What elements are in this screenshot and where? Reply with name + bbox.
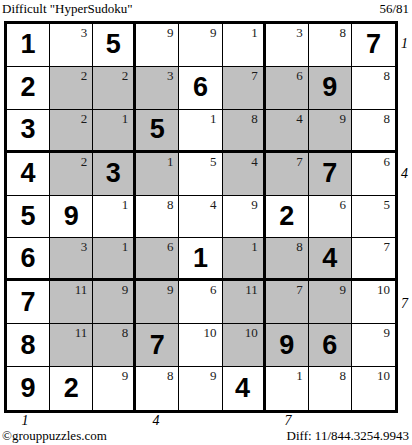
pencil-mark: 4 bbox=[251, 155, 258, 168]
given-digit: 2 bbox=[64, 375, 79, 402]
cell-r6c3[interactable]: 1 bbox=[93, 238, 136, 281]
cell-r5c5[interactable]: 4 bbox=[179, 196, 222, 239]
pencil-mark: 11 bbox=[75, 326, 88, 339]
cell-r2c2[interactable]: 2 bbox=[50, 67, 93, 110]
cell-r7c6[interactable]: 11 bbox=[223, 281, 266, 324]
given-digit: 9 bbox=[21, 375, 36, 402]
given-digit: 7 bbox=[21, 289, 36, 316]
cell-r9c6[interactable]: 4 bbox=[223, 367, 266, 410]
cell-r7c4[interactable]: 9 bbox=[136, 281, 179, 324]
pencil-mark: 10 bbox=[377, 369, 390, 382]
cell-r1c3[interactable]: 5 bbox=[93, 24, 136, 67]
given-digit: 3 bbox=[21, 116, 36, 143]
cell-r3c9[interactable]: 8 bbox=[352, 110, 395, 153]
cell-r7c3[interactable]: 9 bbox=[93, 281, 136, 324]
pencil-mark: 8 bbox=[167, 198, 174, 211]
cell-r2c3[interactable]: 2 bbox=[93, 67, 136, 110]
cell-r4c8[interactable]: 7 bbox=[309, 153, 352, 196]
cell-r6c1[interactable]: 6 bbox=[7, 238, 50, 281]
cell-r8c5[interactable]: 10 bbox=[179, 324, 222, 367]
cell-r2c8[interactable]: 9 bbox=[309, 67, 352, 110]
pencil-mark: 6 bbox=[296, 69, 303, 82]
pencil-mark: 5 bbox=[383, 198, 390, 211]
cell-r3c2[interactable]: 2 bbox=[50, 110, 93, 153]
given-digit: 4 bbox=[21, 160, 36, 187]
pencil-mark: 4 bbox=[210, 198, 217, 211]
cell-r3c4[interactable]: 5 bbox=[136, 110, 179, 153]
col-band-label-1: 1 bbox=[22, 413, 29, 429]
pencil-mark: 8 bbox=[383, 112, 390, 125]
cell-r3c5[interactable]: 1 bbox=[179, 110, 222, 153]
given-digit: 7 bbox=[322, 160, 337, 187]
cell-r1c1[interactable]: 1 bbox=[7, 24, 50, 67]
cell-r2c4[interactable]: 3 bbox=[136, 67, 179, 110]
given-digit: 5 bbox=[21, 203, 36, 230]
cell-r6c4[interactable]: 6 bbox=[136, 238, 179, 281]
pencil-mark: 8 bbox=[339, 369, 346, 382]
pencil-mark: 10 bbox=[245, 326, 258, 339]
cell-r9c1[interactable]: 9 bbox=[7, 367, 50, 410]
given-digit: 8 bbox=[21, 332, 36, 359]
pencil-mark: 10 bbox=[204, 326, 217, 339]
given-digit: 5 bbox=[150, 116, 165, 143]
given-digit: 3 bbox=[106, 160, 121, 187]
pencil-mark: 7 bbox=[296, 155, 303, 168]
cell-r4c7[interactable]: 7 bbox=[266, 153, 309, 196]
cell-r7c7[interactable]: 7 bbox=[266, 281, 309, 324]
cell-r6c9[interactable]: 7 bbox=[352, 238, 395, 281]
cell-r8c9[interactable]: 9 bbox=[352, 324, 395, 367]
pencil-mark: 10 bbox=[377, 283, 390, 296]
cell-r2c7[interactable]: 6 bbox=[266, 67, 309, 110]
pencil-mark: 7 bbox=[296, 283, 303, 296]
cell-r8c4[interactable]: 7 bbox=[136, 324, 179, 367]
cell-r5c4[interactable]: 8 bbox=[136, 196, 179, 239]
cell-r2c5[interactable]: 6 bbox=[179, 67, 222, 110]
pencil-mark: 1 bbox=[251, 240, 258, 253]
col-band-label-4: 4 bbox=[153, 413, 160, 429]
cell-r9c2[interactable]: 2 bbox=[50, 367, 93, 410]
cell-r4c6[interactable]: 4 bbox=[223, 153, 266, 196]
pencil-mark: 1 bbox=[251, 26, 258, 39]
difficulty-text: Diff: 11/844.3254.9943 bbox=[287, 428, 409, 444]
pencil-mark: 2 bbox=[81, 155, 88, 168]
pencil-mark: 3 bbox=[296, 26, 303, 39]
cell-r1c2[interactable]: 3 bbox=[50, 24, 93, 67]
cell-r9c4[interactable]: 8 bbox=[136, 367, 179, 410]
pencil-mark: 1 bbox=[296, 369, 303, 382]
pencil-mark: 11 bbox=[75, 283, 88, 296]
pencil-mark: 8 bbox=[383, 69, 390, 82]
cell-r2c1[interactable]: 2 bbox=[7, 67, 50, 110]
pencil-mark: 9 bbox=[122, 283, 129, 296]
given-digit: 6 bbox=[322, 332, 337, 359]
pencil-mark: 1 bbox=[122, 198, 129, 211]
cell-r7c8[interactable]: 9 bbox=[309, 281, 352, 324]
cell-r2c6[interactable]: 7 bbox=[223, 67, 266, 110]
pencil-mark: 8 bbox=[251, 112, 258, 125]
pencil-mark: 2 bbox=[122, 69, 129, 82]
row-band-label-4: 4 bbox=[401, 166, 408, 182]
cell-r3c3[interactable]: 1 bbox=[93, 110, 136, 153]
pencil-mark: 9 bbox=[167, 283, 174, 296]
cell-r5c1[interactable]: 5 bbox=[7, 196, 50, 239]
cell-r9c9[interactable]: 10 bbox=[352, 367, 395, 410]
cell-r8c8[interactable]: 6 bbox=[309, 324, 352, 367]
pencil-mark: 9 bbox=[251, 198, 258, 211]
pencil-mark: 9 bbox=[122, 369, 129, 382]
pencil-mark: 5 bbox=[210, 155, 217, 168]
cell-r1c8[interactable]: 8 bbox=[309, 24, 352, 67]
pencil-mark: 7 bbox=[251, 69, 258, 82]
cell-r3c1[interactable]: 3 bbox=[7, 110, 50, 153]
cell-r3c8[interactable]: 9 bbox=[309, 110, 352, 153]
cell-r1c7[interactable]: 3 bbox=[266, 24, 309, 67]
cell-r8c3[interactable]: 8 bbox=[93, 324, 136, 367]
cell-r5c9[interactable]: 5 bbox=[352, 196, 395, 239]
pencil-mark: 1 bbox=[122, 240, 129, 253]
cell-r5c2[interactable]: 9 bbox=[50, 196, 93, 239]
pencil-mark: 6 bbox=[167, 240, 174, 253]
cell-r5c8[interactable]: 6 bbox=[309, 196, 352, 239]
cell-r6c7[interactable]: 8 bbox=[266, 238, 309, 281]
given-digit: 2 bbox=[279, 203, 294, 230]
pencil-mark: 8 bbox=[339, 26, 346, 39]
pencil-mark: 1 bbox=[210, 112, 217, 125]
cell-r4c3[interactable]: 3 bbox=[93, 153, 136, 196]
pencil-mark: 9 bbox=[383, 326, 390, 339]
cell-r7c9[interactable]: 10 bbox=[352, 281, 395, 324]
cell-r4c2[interactable]: 2 bbox=[50, 153, 93, 196]
pencil-mark: 2 bbox=[81, 69, 88, 82]
pencil-mark: 9 bbox=[167, 26, 174, 39]
pencil-mark: 6 bbox=[210, 283, 217, 296]
cell-r7c1[interactable]: 7 bbox=[7, 281, 50, 324]
row-band-label-1: 1 bbox=[401, 36, 408, 52]
given-digit: 7 bbox=[150, 332, 165, 359]
pencil-mark: 3 bbox=[167, 69, 174, 82]
pencil-mark: 9 bbox=[210, 26, 217, 39]
cell-r9c3[interactable]: 9 bbox=[93, 367, 136, 410]
board: 1359913872223676983215184984231547765918… bbox=[4, 21, 398, 413]
cell-r1c6[interactable]: 1 bbox=[223, 24, 266, 67]
given-digit: 9 bbox=[322, 74, 337, 101]
pencil-mark: 9 bbox=[339, 283, 346, 296]
pencil-mark: 9 bbox=[339, 112, 346, 125]
cell-r1c4[interactable]: 9 bbox=[136, 24, 179, 67]
pencil-mark: 7 bbox=[383, 240, 390, 253]
cell-r3c6[interactable]: 8 bbox=[223, 110, 266, 153]
given-digit: 9 bbox=[64, 203, 79, 230]
given-digit: 5 bbox=[106, 31, 121, 58]
given-digit: 4 bbox=[235, 375, 250, 402]
col-band-label-7: 7 bbox=[285, 413, 292, 429]
given-digit: 1 bbox=[193, 245, 208, 272]
pencil-mark: 1 bbox=[167, 155, 174, 168]
cell-r5c7[interactable]: 2 bbox=[266, 196, 309, 239]
given-digit: 6 bbox=[21, 245, 36, 272]
pencil-mark: 9 bbox=[210, 369, 217, 382]
cell-r7c5[interactable]: 6 bbox=[179, 281, 222, 324]
given-digit: 9 bbox=[279, 332, 294, 359]
given-digit: 1 bbox=[21, 31, 36, 58]
cell-r4c1[interactable]: 4 bbox=[7, 153, 50, 196]
pencil-mark: 8 bbox=[167, 369, 174, 382]
cell-r9c5[interactable]: 9 bbox=[179, 367, 222, 410]
pencil-mark: 6 bbox=[383, 155, 390, 168]
pencil-mark: 8 bbox=[296, 240, 303, 253]
cell-r9c7[interactable]: 1 bbox=[266, 367, 309, 410]
cell-r7c2[interactable]: 11 bbox=[50, 281, 93, 324]
cell-r4c4[interactable]: 1 bbox=[136, 153, 179, 196]
cell-r6c2[interactable]: 3 bbox=[50, 238, 93, 281]
cell-r8c6[interactable]: 10 bbox=[223, 324, 266, 367]
cell-r2c9[interactable]: 8 bbox=[352, 67, 395, 110]
pencil-mark: 6 bbox=[339, 198, 346, 211]
pencil-mark: 3 bbox=[81, 26, 88, 39]
given-digit: 6 bbox=[193, 74, 208, 101]
cell-r8c1[interactable]: 8 bbox=[7, 324, 50, 367]
pencil-mark: 3 bbox=[81, 240, 88, 253]
cell-r1c9[interactable]: 7 bbox=[352, 24, 395, 67]
given-digit: 4 bbox=[322, 245, 337, 272]
cell-r8c2[interactable]: 11 bbox=[50, 324, 93, 367]
pencil-mark: 2 bbox=[81, 112, 88, 125]
pencil-mark: 4 bbox=[296, 112, 303, 125]
cell-r9c8[interactable]: 8 bbox=[309, 367, 352, 410]
cell-r6c5[interactable]: 1 bbox=[179, 238, 222, 281]
progress-counter: 56/81 bbox=[379, 1, 409, 17]
row-band-label-7: 7 bbox=[401, 296, 408, 312]
given-digit: 7 bbox=[366, 31, 381, 58]
cell-r3c7[interactable]: 4 bbox=[266, 110, 309, 153]
cell-r4c9[interactable]: 6 bbox=[352, 153, 395, 196]
cell-r5c3[interactable]: 1 bbox=[93, 196, 136, 239]
cell-r6c6[interactable]: 1 bbox=[223, 238, 266, 281]
cell-r6c8[interactable]: 4 bbox=[309, 238, 352, 281]
cell-r8c7[interactable]: 9 bbox=[266, 324, 309, 367]
cell-r1c5[interactable]: 9 bbox=[179, 24, 222, 67]
cell-r4c5[interactable]: 5 bbox=[179, 153, 222, 196]
pencil-mark: 8 bbox=[122, 326, 129, 339]
given-digit: 2 bbox=[21, 74, 36, 101]
pencil-mark: 11 bbox=[245, 283, 258, 296]
cell-r5c6[interactable]: 9 bbox=[223, 196, 266, 239]
pencil-mark: 1 bbox=[122, 112, 129, 125]
copyright-text: ©grouppuzzles.com bbox=[2, 428, 107, 444]
page-title: Difficult "HyperSudoku" bbox=[2, 1, 133, 17]
